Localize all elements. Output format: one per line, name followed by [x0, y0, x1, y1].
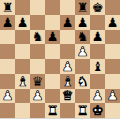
black-queen-piece: ♛ [32, 74, 44, 87]
square-g6[interactable]: ♟ [90, 30, 105, 45]
square-f2[interactable] [75, 89, 90, 104]
square-a3[interactable] [0, 74, 15, 89]
black-pawn-piece: ♟ [92, 30, 104, 43]
square-e5[interactable] [60, 44, 75, 59]
black-knight-piece: ♞ [77, 30, 89, 43]
square-f6[interactable]: ♞ [75, 30, 90, 45]
square-b6[interactable] [15, 30, 30, 45]
square-c2[interactable]: ♟ [30, 89, 45, 104]
square-d6[interactable]: ♟ [45, 30, 60, 45]
square-d4[interactable] [45, 59, 60, 74]
square-h5[interactable] [105, 44, 120, 59]
square-f5[interactable]: ♟ [75, 44, 90, 59]
chess-board: ♜♜♚♟♟♟♟♟♞♟♞♟♟♟♝♝♛♝♞♟♟♛♟♟♜♜♚ [0, 0, 120, 118]
black-pawn-piece: ♟ [47, 30, 59, 43]
square-b3[interactable]: ♝ [15, 74, 30, 89]
white-king-piece: ♚ [92, 104, 104, 117]
black-rook-piece: ♜ [2, 0, 14, 13]
white-pawn-piece: ♟ [2, 89, 14, 102]
white-pawn-piece: ♟ [32, 89, 44, 102]
square-c1[interactable] [30, 103, 45, 118]
square-d3[interactable] [45, 74, 60, 89]
square-h7[interactable]: ♟ [105, 15, 120, 30]
square-h2[interactable]: ♟ [105, 89, 120, 104]
square-h4[interactable] [105, 59, 120, 74]
square-e4[interactable]: ♟ [60, 59, 75, 74]
square-f4[interactable] [75, 59, 90, 74]
square-f8[interactable]: ♜ [75, 0, 90, 15]
chess-board-container: ♜♜♚♟♟♟♟♟♞♟♞♟♟♟♝♝♛♝♞♟♟♛♟♟♜♜♚ [0, 0, 120, 119]
white-queen-piece: ♛ [62, 89, 74, 102]
square-b8[interactable] [15, 0, 30, 15]
square-b2[interactable] [15, 89, 30, 104]
square-g3[interactable] [90, 74, 105, 89]
square-b7[interactable]: ♟ [15, 15, 30, 30]
square-g1[interactable]: ♚ [90, 103, 105, 118]
square-e7[interactable]: ♟ [60, 15, 75, 30]
square-b4[interactable] [15, 59, 30, 74]
square-f3[interactable]: ♞ [75, 74, 90, 89]
black-pawn-piece: ♟ [2, 15, 14, 28]
white-pawn-piece: ♟ [107, 89, 119, 102]
square-h8[interactable] [105, 0, 120, 15]
square-g5[interactable] [90, 44, 105, 59]
square-h1[interactable] [105, 103, 120, 118]
square-e8[interactable] [60, 0, 75, 15]
square-h3[interactable] [105, 74, 120, 89]
square-f1[interactable]: ♜ [75, 103, 90, 118]
white-knight-piece: ♞ [77, 74, 89, 87]
square-e6[interactable] [60, 30, 75, 45]
square-d2[interactable] [45, 89, 60, 104]
square-a5[interactable] [0, 44, 15, 59]
white-pawn-piece: ♟ [62, 59, 74, 72]
square-a4[interactable] [0, 59, 15, 74]
square-b5[interactable] [15, 44, 30, 59]
square-e1[interactable] [60, 103, 75, 118]
square-a2[interactable]: ♟ [0, 89, 15, 104]
black-rook-piece: ♜ [77, 0, 89, 13]
square-a6[interactable] [0, 30, 15, 45]
square-c5[interactable] [30, 44, 45, 59]
square-c8[interactable] [30, 0, 45, 15]
white-rook-piece: ♜ [77, 104, 89, 117]
square-e3[interactable]: ♝ [60, 74, 75, 89]
square-d5[interactable] [45, 44, 60, 59]
square-d1[interactable]: ♜ [45, 103, 60, 118]
square-g2[interactable]: ♟ [90, 89, 105, 104]
square-b1[interactable] [15, 103, 30, 118]
black-knight-piece: ♞ [32, 30, 44, 43]
black-king-piece: ♚ [92, 0, 104, 13]
black-pawn-piece: ♟ [62, 15, 74, 28]
white-pawn-piece: ♟ [92, 89, 104, 102]
black-pawn-piece: ♟ [17, 15, 29, 28]
white-pawn-piece: ♟ [77, 45, 89, 58]
black-bishop-piece: ♝ [92, 59, 104, 72]
white-rook-piece: ♜ [47, 104, 59, 117]
square-g4[interactable]: ♝ [90, 59, 105, 74]
square-g7[interactable] [90, 15, 105, 30]
square-g8[interactable]: ♚ [90, 0, 105, 15]
square-a1[interactable] [0, 103, 15, 118]
square-f7[interactable]: ♟ [75, 15, 90, 30]
black-pawn-piece: ♟ [77, 15, 89, 28]
square-h6[interactable] [105, 30, 120, 45]
square-d7[interactable] [45, 15, 60, 30]
white-bishop-piece: ♝ [17, 74, 29, 87]
square-d8[interactable] [45, 0, 60, 15]
square-a7[interactable]: ♟ [0, 15, 15, 30]
black-pawn-piece: ♟ [107, 15, 119, 28]
square-c7[interactable] [30, 15, 45, 30]
square-c3[interactable]: ♛ [30, 74, 45, 89]
square-e2[interactable]: ♛ [60, 89, 75, 104]
square-c4[interactable] [30, 59, 45, 74]
square-a8[interactable]: ♜ [0, 0, 15, 15]
square-c6[interactable]: ♞ [30, 30, 45, 45]
white-bishop-piece: ♝ [62, 74, 74, 87]
